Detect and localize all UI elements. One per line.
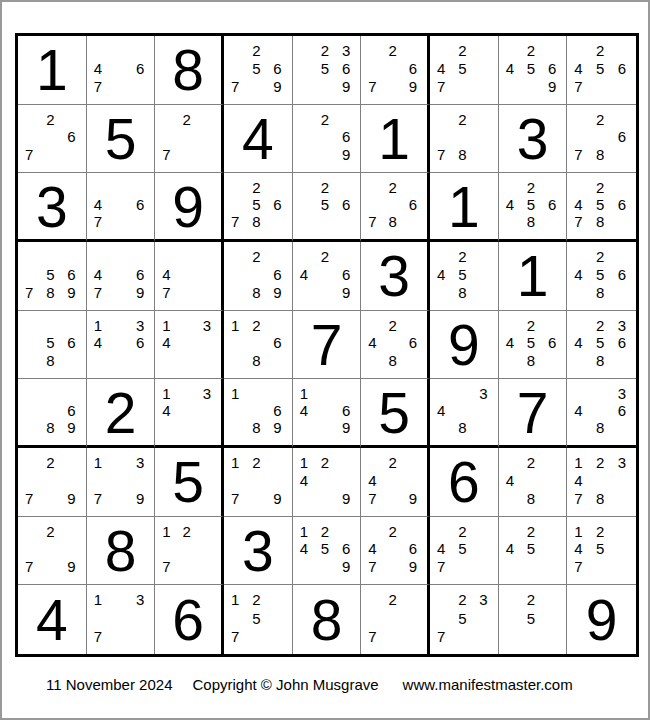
cell-value: 9 (448, 317, 480, 374)
candidate-7: 7 (94, 489, 111, 506)
candidate-1: 1 (300, 524, 317, 541)
candidate-8: 8 (592, 213, 609, 229)
candidate-2: 2 (592, 455, 609, 472)
cell-r6c1: 689 (18, 379, 87, 448)
cell-r2c2: 5 (87, 105, 156, 174)
pencil-marks: 245 (499, 517, 567, 585)
candidate-8: 8 (385, 351, 401, 368)
candidate-2: 2 (317, 43, 334, 60)
candidate-7: 7 (368, 77, 384, 94)
candidate-7: 7 (94, 627, 111, 644)
candidate-7: 7 (368, 213, 384, 229)
candidate-5: 5 (592, 335, 609, 352)
cell-r6c9: 3468 (567, 379, 636, 448)
cell-r6c6: 5 (361, 379, 430, 448)
candidate-2: 2 (179, 112, 195, 129)
cell-value: 3 (36, 179, 68, 236)
pencil-marks: 24568 (499, 311, 567, 379)
candidate-5: 5 (592, 541, 609, 558)
candidate-8: 8 (523, 489, 540, 506)
candidate-6: 6 (609, 129, 626, 146)
cell-value: 7 (517, 385, 549, 442)
candidate-2: 2 (523, 180, 540, 196)
cell-value: 1 (517, 248, 549, 305)
pencil-marks: 256 (293, 173, 361, 239)
candidate-3: 3 (333, 43, 350, 60)
candidate-9: 9 (265, 283, 282, 300)
candidate-6: 6 (609, 403, 626, 419)
candidate-9: 9 (333, 489, 350, 506)
candidate-2: 2 (592, 524, 609, 541)
candidate-9: 9 (333, 77, 350, 94)
cell-r7c7: 6 (430, 448, 499, 517)
footer: 11 November 2024Copyright © John Musgrav… (46, 676, 573, 694)
candidate-6: 6 (265, 403, 282, 419)
candidate-5: 5 (523, 197, 540, 213)
candidate-5: 5 (248, 197, 265, 213)
candidate-4: 4 (574, 60, 591, 77)
candidate-8: 8 (523, 351, 540, 368)
candidate-6: 6 (333, 197, 350, 213)
pencil-marks: 23569 (293, 36, 361, 104)
candidate-6: 6 (401, 335, 417, 352)
pencil-marks: 234568 (567, 311, 636, 379)
candidate-7: 7 (368, 557, 384, 574)
candidate-6: 6 (265, 335, 282, 352)
candidate-4: 4 (162, 266, 178, 283)
cell-r4c9: 24568 (567, 242, 636, 311)
pencil-marks: 24568 (567, 242, 636, 310)
candidate-2: 2 (454, 43, 471, 60)
pencil-marks: 1268 (224, 311, 292, 379)
candidate-7: 7 (231, 489, 248, 506)
cell-r7c5: 1249 (293, 448, 362, 517)
pencil-marks: 27 (361, 585, 427, 654)
candidate-6: 6 (401, 197, 417, 213)
candidate-6: 6 (265, 60, 282, 77)
candidate-5: 5 (42, 335, 59, 352)
cell-r5c5: 7 (293, 311, 362, 380)
candidate-2: 2 (523, 318, 540, 335)
pencil-marks: 127 (155, 517, 221, 585)
pencil-marks: 2468 (361, 311, 427, 379)
pencil-marks: 278 (430, 105, 498, 173)
cell-value: 3 (517, 111, 549, 168)
candidate-4: 4 (300, 266, 317, 283)
candidate-2: 2 (385, 43, 401, 60)
cell-r8c3: 127 (155, 517, 224, 586)
candidate-1: 1 (574, 524, 591, 541)
pencil-marks: 134 (155, 311, 221, 379)
candidate-5: 5 (523, 541, 540, 558)
candidate-7: 7 (162, 145, 178, 162)
candidate-9: 9 (265, 419, 282, 435)
candidate-7: 7 (437, 627, 454, 644)
candidate-2: 2 (248, 249, 265, 266)
candidate-2: 2 (42, 112, 59, 129)
candidate-7: 7 (231, 627, 248, 644)
candidate-1: 1 (162, 524, 178, 541)
candidate-8: 8 (385, 213, 401, 229)
cell-r4c3: 47 (155, 242, 224, 311)
candidate-9: 9 (333, 557, 350, 574)
candidate-2: 2 (592, 318, 609, 335)
pencil-marks: 248 (499, 448, 567, 516)
candidate-7: 7 (25, 283, 42, 300)
cell-value: 8 (311, 592, 343, 649)
candidate-3: 3 (127, 455, 144, 472)
candidate-1: 1 (94, 455, 111, 472)
cell-value: 3 (242, 523, 274, 580)
candidate-4: 4 (94, 197, 111, 213)
cell-r7c2: 1379 (87, 448, 156, 517)
cell-r4c4: 2689 (224, 242, 293, 311)
cell-r2c9: 2678 (567, 105, 636, 174)
candidate-8: 8 (42, 419, 59, 435)
pencil-marks: 137 (87, 585, 155, 654)
candidate-6: 6 (265, 266, 282, 283)
cell-r7c8: 248 (499, 448, 568, 517)
cell-value: 1 (36, 42, 68, 99)
pencil-marks: 25678 (224, 173, 292, 239)
candidate-3: 3 (609, 318, 626, 335)
candidate-1: 1 (231, 455, 248, 472)
candidate-4: 4 (94, 60, 111, 77)
pencil-marks: 1379 (87, 448, 155, 516)
candidate-4: 4 (437, 266, 454, 283)
candidate-7: 7 (231, 77, 248, 94)
pencil-marks: 568 (18, 311, 86, 379)
pencil-marks: 467 (87, 173, 155, 239)
candidate-6: 6 (265, 197, 282, 213)
candidate-4: 4 (300, 541, 317, 558)
cell-r3c8: 24568 (499, 173, 568, 242)
candidate-6: 6 (333, 541, 350, 558)
cell-value: 1 (378, 111, 410, 168)
candidate-8: 8 (248, 283, 265, 300)
candidate-2: 2 (454, 112, 471, 129)
candidate-4: 4 (94, 335, 111, 352)
candidate-7: 7 (25, 145, 42, 162)
candidate-4: 4 (300, 403, 317, 419)
candidate-4: 4 (506, 541, 523, 558)
pencil-marks: 2479 (361, 448, 427, 516)
candidate-3: 3 (609, 455, 626, 472)
candidate-2: 2 (454, 592, 471, 609)
cell-r3c4: 25678 (224, 173, 293, 242)
candidate-6: 6 (539, 60, 556, 77)
pencil-marks: 1689 (224, 379, 292, 445)
candidate-2: 2 (317, 112, 334, 129)
candidate-2: 2 (248, 180, 265, 196)
cell-r9c2: 137 (87, 585, 156, 654)
pencil-marks: 47 (155, 242, 221, 310)
cell-r9c5: 8 (293, 585, 362, 654)
candidate-9: 9 (539, 77, 556, 94)
cell-r9c9: 9 (567, 585, 636, 654)
candidate-6: 6 (333, 60, 350, 77)
cell-r8c5: 124569 (293, 517, 362, 586)
cell-r6c7: 348 (430, 379, 499, 448)
candidate-6: 6 (127, 266, 144, 283)
candidate-7: 7 (574, 145, 591, 162)
cell-value: 6 (448, 454, 480, 511)
candidate-7: 7 (162, 557, 178, 574)
candidate-7: 7 (368, 627, 384, 644)
cell-r1c4: 25679 (224, 36, 293, 105)
pencil-marks: 1249 (293, 448, 361, 516)
candidate-5: 5 (248, 60, 265, 77)
candidate-9: 9 (59, 489, 76, 506)
pencil-marks: 27 (155, 105, 221, 173)
pencil-marks: 269 (293, 105, 361, 173)
candidate-4: 4 (574, 335, 591, 352)
cell-r9c7: 2357 (430, 585, 499, 654)
pencil-marks: 689 (18, 379, 86, 445)
pencil-marks: 245678 (567, 173, 636, 239)
cell-r8c7: 2457 (430, 517, 499, 586)
pencil-marks: 123478 (567, 448, 636, 516)
sudoku-page: 1467825679235692679245724569245672675274… (0, 0, 650, 720)
candidate-4: 4 (300, 472, 317, 489)
cell-r5c9: 234568 (567, 311, 636, 380)
candidate-9: 9 (333, 145, 350, 162)
candidate-6: 6 (59, 335, 76, 352)
cell-r3c6: 2678 (361, 173, 430, 242)
candidate-8: 8 (42, 351, 59, 368)
cell-r4c6: 3 (361, 242, 430, 311)
pencil-marks: 348 (430, 379, 498, 445)
cell-r6c2: 2 (87, 379, 156, 448)
candidate-6: 6 (609, 335, 626, 352)
cell-r6c4: 1689 (224, 379, 293, 448)
candidate-9: 9 (401, 557, 417, 574)
candidate-2: 2 (248, 592, 265, 609)
cell-r7c9: 123478 (567, 448, 636, 517)
candidate-3: 3 (471, 592, 488, 609)
candidate-4: 4 (437, 403, 454, 419)
pencil-marks: 4679 (87, 242, 155, 310)
cell-value: 4 (36, 592, 68, 649)
candidate-2: 2 (385, 592, 401, 609)
pencil-marks: 2469 (293, 242, 361, 310)
candidate-6: 6 (609, 197, 626, 213)
cell-r2c8: 3 (499, 105, 568, 174)
candidate-1: 1 (162, 386, 178, 402)
candidate-2: 2 (317, 180, 334, 196)
candidate-8: 8 (248, 213, 265, 229)
candidate-2: 2 (523, 43, 540, 60)
footer-date: 11 November 2024 (46, 676, 172, 693)
candidate-5: 5 (248, 610, 265, 627)
candidate-2: 2 (454, 524, 471, 541)
cell-r3c2: 467 (87, 173, 156, 242)
pencil-marks: 2357 (430, 585, 498, 654)
candidate-3: 3 (609, 386, 626, 402)
cell-value: 5 (105, 111, 137, 168)
candidate-7: 7 (437, 77, 454, 94)
cell-r5c4: 1268 (224, 311, 293, 380)
candidate-1: 1 (231, 592, 248, 609)
cell-r5c1: 568 (18, 311, 87, 380)
candidate-6: 6 (333, 266, 350, 283)
pencil-marks: 2678 (361, 173, 427, 239)
pencil-marks: 24679 (361, 517, 427, 585)
pencil-marks: 2458 (430, 242, 498, 310)
candidate-6: 6 (539, 335, 556, 352)
cell-r2c5: 269 (293, 105, 362, 174)
cell-r8c2: 8 (87, 517, 156, 586)
pencil-marks: 1346 (87, 311, 155, 379)
candidate-9: 9 (265, 77, 282, 94)
pencil-marks: 24569 (499, 36, 567, 104)
candidate-9: 9 (127, 283, 144, 300)
candidate-1: 1 (231, 318, 248, 335)
cell-r9c4: 1257 (224, 585, 293, 654)
cell-r3c1: 3 (18, 173, 87, 242)
pencil-marks: 56789 (18, 242, 86, 310)
candidate-6: 6 (401, 60, 417, 77)
candidate-3: 3 (195, 318, 211, 335)
cell-r9c1: 4 (18, 585, 87, 654)
candidate-8: 8 (592, 145, 609, 162)
candidate-6: 6 (59, 403, 76, 419)
candidate-4: 4 (437, 541, 454, 558)
cell-r4c2: 4679 (87, 242, 156, 311)
candidate-4: 4 (574, 541, 591, 558)
cell-r1c2: 467 (87, 36, 156, 105)
cell-r3c9: 245678 (567, 173, 636, 242)
cell-r1c1: 1 (18, 36, 87, 105)
candidate-7: 7 (231, 213, 248, 229)
cell-r3c3: 9 (155, 173, 224, 242)
pencil-marks: 1257 (224, 585, 292, 654)
cell-value: 9 (586, 592, 618, 649)
candidate-9: 9 (265, 489, 282, 506)
cell-r3c5: 256 (293, 173, 362, 242)
candidate-9: 9 (127, 489, 144, 506)
pencil-marks: 2457 (430, 517, 498, 585)
candidate-2: 2 (592, 112, 609, 129)
candidate-7: 7 (574, 213, 591, 229)
cell-r4c5: 2469 (293, 242, 362, 311)
candidate-2: 2 (385, 524, 401, 541)
candidate-7: 7 (574, 489, 591, 506)
candidate-9: 9 (59, 557, 76, 574)
candidate-5: 5 (454, 60, 471, 77)
cell-r9c3: 6 (155, 585, 224, 654)
candidate-2: 2 (592, 249, 609, 266)
pencil-marks: 1469 (293, 379, 361, 445)
candidate-7: 7 (94, 283, 111, 300)
candidate-9: 9 (59, 419, 76, 435)
cell-r4c1: 56789 (18, 242, 87, 311)
candidate-1: 1 (94, 318, 111, 335)
candidate-7: 7 (368, 489, 384, 506)
candidate-3: 3 (471, 386, 488, 402)
candidate-4: 4 (162, 335, 178, 352)
cell-value: 9 (172, 179, 204, 236)
cell-r8c4: 3 (224, 517, 293, 586)
candidate-4: 4 (574, 403, 591, 419)
candidate-5: 5 (523, 60, 540, 77)
candidate-6: 6 (59, 266, 76, 283)
candidate-2: 2 (248, 455, 265, 472)
candidate-5: 5 (454, 266, 471, 283)
candidate-5: 5 (454, 610, 471, 627)
candidate-1: 1 (300, 386, 317, 402)
cell-value: 5 (378, 385, 410, 442)
candidate-3: 3 (195, 386, 211, 402)
pencil-marks: 267 (18, 105, 86, 173)
cell-r5c3: 134 (155, 311, 224, 380)
candidate-5: 5 (317, 541, 334, 558)
candidate-7: 7 (94, 77, 111, 94)
candidate-6: 6 (539, 197, 556, 213)
candidate-2: 2 (42, 524, 59, 541)
cell-r6c5: 1469 (293, 379, 362, 448)
cell-r5c8: 24568 (499, 311, 568, 380)
cell-r6c3: 134 (155, 379, 224, 448)
cell-r2c1: 267 (18, 105, 87, 174)
footer-website: www.manifestmaster.com (403, 676, 573, 693)
candidate-3: 3 (127, 592, 144, 609)
cell-r2c4: 4 (224, 105, 293, 174)
candidate-8: 8 (454, 283, 471, 300)
candidate-5: 5 (42, 266, 59, 283)
cell-r2c3: 27 (155, 105, 224, 174)
candidate-2: 2 (317, 524, 334, 541)
cell-value: 1 (448, 179, 480, 236)
cell-r8c6: 24679 (361, 517, 430, 586)
pencil-marks: 25 (499, 585, 567, 654)
cell-r1c8: 24569 (499, 36, 568, 105)
pencil-marks: 25679 (224, 36, 292, 104)
candidate-7: 7 (25, 489, 42, 506)
candidate-1: 1 (231, 386, 248, 402)
candidate-8: 8 (454, 419, 471, 435)
cell-r7c4: 1279 (224, 448, 293, 517)
candidate-6: 6 (333, 403, 350, 419)
candidate-2: 2 (248, 43, 265, 60)
pencil-marks: 279 (18, 517, 86, 585)
cell-value: 8 (172, 42, 204, 99)
candidate-8: 8 (248, 351, 265, 368)
candidate-7: 7 (25, 557, 42, 574)
candidate-8: 8 (454, 145, 471, 162)
candidate-2: 2 (317, 455, 334, 472)
cell-r6c8: 7 (499, 379, 568, 448)
cell-r5c6: 2468 (361, 311, 430, 380)
candidate-6: 6 (333, 129, 350, 146)
candidate-7: 7 (437, 145, 454, 162)
candidate-9: 9 (59, 283, 76, 300)
cell-r7c6: 2479 (361, 448, 430, 517)
candidate-4: 4 (574, 266, 591, 283)
cell-r2c7: 278 (430, 105, 499, 174)
candidate-2: 2 (385, 180, 401, 196)
candidate-4: 4 (506, 335, 523, 352)
candidate-5: 5 (454, 541, 471, 558)
candidate-1: 1 (94, 592, 111, 609)
cell-value: 6 (172, 592, 204, 649)
candidate-8: 8 (592, 419, 609, 435)
pencil-marks: 134 (155, 379, 221, 445)
candidate-5: 5 (592, 266, 609, 283)
candidate-2: 2 (179, 524, 195, 541)
candidate-7: 7 (162, 283, 178, 300)
candidate-6: 6 (127, 335, 144, 352)
